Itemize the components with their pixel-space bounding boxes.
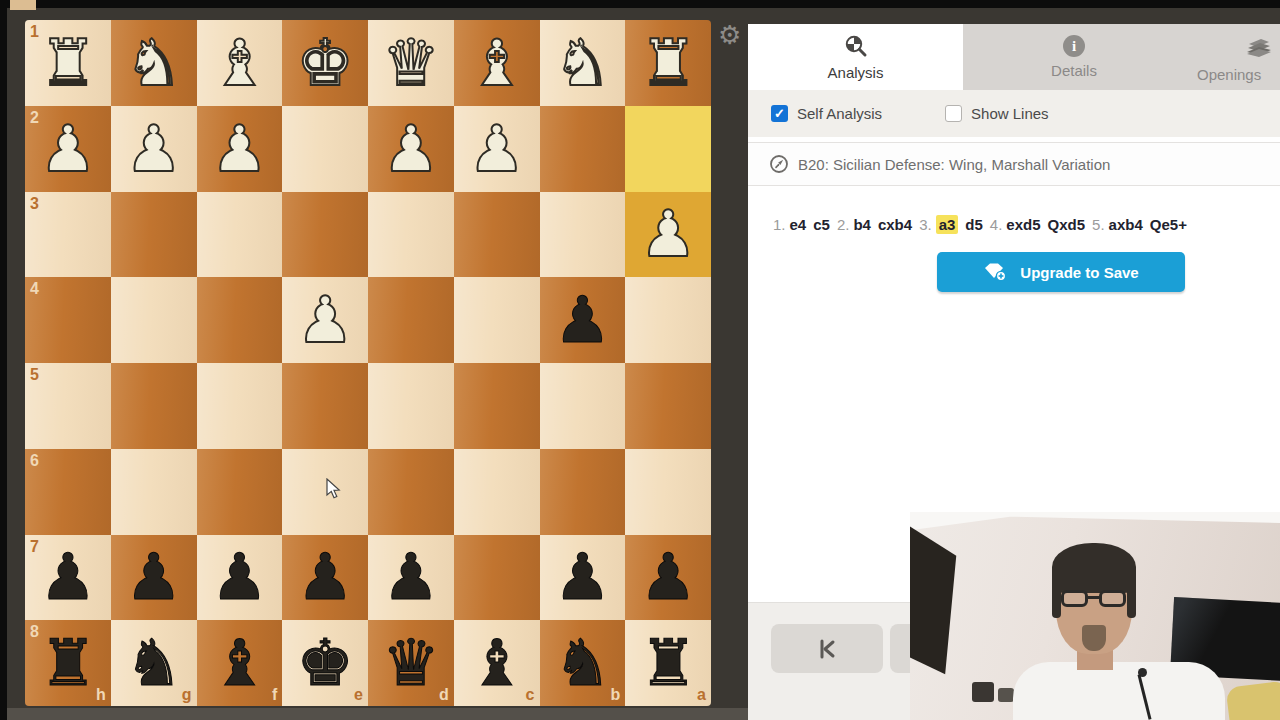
square-e1[interactable]: ♚ (282, 20, 368, 106)
square-b5[interactable] (540, 363, 626, 449)
white-queen: ♛ (368, 20, 454, 106)
square-d5[interactable] (368, 363, 454, 449)
file-label: f (272, 686, 277, 704)
black-pawn: ♟ (625, 535, 711, 621)
white-pawn: ♟ (282, 277, 368, 363)
rank-label: 3 (30, 195, 39, 213)
move-2b[interactable]: cxb4 (878, 216, 912, 233)
webcam-shelf-item (972, 682, 994, 702)
webcam-person-hair (1052, 543, 1136, 593)
tab-details-label: Details (1051, 62, 1097, 79)
tab-openings[interactable]: Openings (1185, 24, 1280, 90)
black-pawn: ♟ (111, 535, 197, 621)
rank-label: 6 (30, 452, 39, 470)
tab-analysis-label: Analysis (828, 64, 884, 81)
webcam-glasses (1061, 590, 1088, 607)
bottom-gray-strip (7, 708, 748, 720)
square-h6[interactable]: 6 (25, 449, 111, 535)
white-pawn: ♟ (111, 106, 197, 192)
square-b7[interactable]: ♟ (540, 535, 626, 621)
square-c5[interactable] (454, 363, 540, 449)
self-analysis-checkbox[interactable]: ✓ (771, 105, 788, 122)
white-knight: ♞ (111, 20, 197, 106)
move-5b[interactable]: Qe5+ (1150, 216, 1187, 233)
analysis-options-row: ✓ Self Analysis Show Lines (748, 90, 1280, 137)
square-h1[interactable]: 1♜ (25, 20, 111, 106)
white-pawn: ♟ (625, 192, 711, 278)
square-b2[interactable] (540, 106, 626, 192)
rank-label: 8 (30, 623, 39, 641)
webcam-shelf-item (998, 688, 1014, 702)
go-to-start-icon (813, 636, 841, 662)
move-3w[interactable]: a3 (936, 215, 959, 234)
left-black-bar (0, 0, 7, 720)
file-label: e (354, 686, 363, 704)
file-label: a (697, 686, 706, 704)
square-a1[interactable]: ♜ (625, 20, 711, 106)
move-2w[interactable]: b4 (853, 216, 871, 233)
square-g5[interactable] (111, 363, 197, 449)
rank-label: 5 (30, 366, 39, 384)
white-bishop: ♝ (197, 20, 283, 106)
webcam-person-torso (1013, 662, 1225, 720)
square-e7[interactable]: ♟ (282, 535, 368, 621)
square-b8[interactable]: b♞ (540, 620, 626, 706)
square-g1[interactable]: ♞ (111, 20, 197, 106)
file-label: b (610, 686, 620, 704)
square-a8[interactable]: a♜ (625, 620, 711, 706)
square-d2[interactable]: ♟ (368, 106, 454, 192)
file-label: c (526, 686, 535, 704)
move-number: 2. (837, 216, 850, 233)
square-f8[interactable]: f♝ (197, 620, 283, 706)
white-pawn: ♟ (368, 106, 454, 192)
square-e5[interactable] (282, 363, 368, 449)
tab-details[interactable]: i Details (963, 24, 1185, 90)
move-number: 5. (1092, 216, 1105, 233)
square-b6[interactable] (540, 449, 626, 535)
show-lines-label: Show Lines (971, 105, 1049, 122)
move-number: 3. (919, 216, 932, 233)
move-4b[interactable]: Qxd5 (1048, 216, 1086, 233)
magnifier-pie-icon (843, 33, 869, 59)
self-analysis-label: Self Analysis (797, 105, 882, 122)
file-label: g (182, 686, 192, 704)
webcam-person-hair (1127, 574, 1136, 618)
square-d1[interactable]: ♛ (368, 20, 454, 106)
black-bishop: ♝ (197, 620, 283, 706)
square-a4[interactable] (625, 277, 711, 363)
square-f1[interactable]: ♝ (197, 20, 283, 106)
white-pawn: ♟ (454, 106, 540, 192)
webcam-overlay (910, 512, 1280, 720)
black-pawn: ♟ (368, 535, 454, 621)
square-g7[interactable]: ♟ (111, 535, 197, 621)
square-c8[interactable]: c♝ (454, 620, 540, 706)
square-a3[interactable]: ♟ (625, 192, 711, 278)
square-e8[interactable]: e♚ (282, 620, 368, 706)
move-list: 1.e4c52.b4cxb43.a3d54.exd5Qxd55.axb4Qe5+ (773, 216, 1273, 233)
square-g4[interactable] (111, 277, 197, 363)
square-d6[interactable] (368, 449, 454, 535)
square-d3[interactable] (368, 192, 454, 278)
square-h2[interactable]: 2♟ (25, 106, 111, 192)
square-h8[interactable]: 8h♜ (25, 620, 111, 706)
square-d4[interactable] (368, 277, 454, 363)
square-g6[interactable] (111, 449, 197, 535)
square-b3[interactable] (540, 192, 626, 278)
square-c2[interactable]: ♟ (454, 106, 540, 192)
white-bishop: ♝ (454, 20, 540, 106)
gear-icon[interactable]: ⚙ (718, 22, 741, 48)
square-f3[interactable] (197, 192, 283, 278)
square-a2[interactable] (625, 106, 711, 192)
go-to-start-button[interactable] (771, 624, 883, 673)
square-c3[interactable] (454, 192, 540, 278)
webcam-person-hair (1052, 574, 1061, 618)
square-f5[interactable] (197, 363, 283, 449)
square-f4[interactable] (197, 277, 283, 363)
white-pawn: ♟ (197, 106, 283, 192)
tab-analysis[interactable]: Analysis (748, 24, 963, 90)
move-3b[interactable]: d5 (965, 216, 983, 233)
opening-name: B20: Sicilian Defense: Wing, Marshall Va… (798, 156, 1110, 173)
black-pawn: ♟ (197, 535, 283, 621)
upgrade-to-save-button[interactable]: Upgrade to Save (937, 252, 1185, 292)
square-h4[interactable]: 4 (25, 277, 111, 363)
clipped-ui-fragment (10, 0, 36, 10)
webcam-ceiling (910, 512, 1280, 538)
webcam-glasses (1099, 590, 1126, 607)
square-f7[interactable]: ♟ (197, 535, 283, 621)
gem-plus-icon (983, 261, 1008, 283)
rank-label: 7 (30, 538, 39, 556)
books-icon (1243, 35, 1273, 61)
mouse-cursor (326, 478, 342, 500)
square-g8[interactable]: g♞ (111, 620, 197, 706)
white-knight: ♞ (540, 20, 626, 106)
move-1b[interactable]: c5 (813, 216, 830, 233)
square-d7[interactable]: ♟ (368, 535, 454, 621)
square-d8[interactable]: d♛ (368, 620, 454, 706)
webcam-person-goatee (1082, 625, 1106, 651)
square-a5[interactable] (625, 363, 711, 449)
square-h7[interactable]: 7♟ (25, 535, 111, 621)
file-label: h (96, 686, 106, 704)
black-pawn: ♟ (540, 535, 626, 621)
rank-label: 4 (30, 280, 39, 298)
webcam-glasses-bridge (1087, 596, 1100, 599)
tab-openings-label: Openings (1197, 66, 1261, 83)
webcam-chair (1226, 680, 1280, 720)
black-pawn: ♟ (540, 277, 626, 363)
upgrade-button-label: Upgrade to Save (1020, 264, 1138, 281)
move-4w[interactable]: exd5 (1006, 216, 1040, 233)
move-1w[interactable]: e4 (790, 216, 807, 233)
rank-label: 1 (30, 23, 39, 41)
square-g2[interactable]: ♟ (111, 106, 197, 192)
square-e2[interactable] (282, 106, 368, 192)
white-king: ♚ (282, 20, 368, 106)
move-5w[interactable]: axb4 (1109, 216, 1143, 233)
square-b1[interactable]: ♞ (540, 20, 626, 106)
move-number: 4. (990, 216, 1003, 233)
square-c1[interactable]: ♝ (454, 20, 540, 106)
square-f6[interactable] (197, 449, 283, 535)
top-black-bar (0, 0, 1280, 8)
square-c6[interactable] (454, 449, 540, 535)
show-lines-checkbox[interactable] (945, 105, 962, 122)
square-e3[interactable] (282, 192, 368, 278)
square-b4[interactable]: ♟ (540, 277, 626, 363)
square-a6[interactable] (625, 449, 711, 535)
move-number: 1. (773, 216, 786, 233)
chess-board[interactable]: 1♜♞♝♚♛♝♞♜2♟♟♟♟♟3♟4♟♟567♟♟♟♟♟♟♟8h♜g♞f♝e♚d… (25, 20, 711, 706)
square-f2[interactable]: ♟ (197, 106, 283, 192)
file-label: d (439, 686, 449, 704)
square-h3[interactable]: 3 (25, 192, 111, 278)
info-icon: i (1063, 35, 1085, 57)
square-h5[interactable]: 5 (25, 363, 111, 449)
square-c4[interactable] (454, 277, 540, 363)
square-g3[interactable] (111, 192, 197, 278)
compass-icon (769, 154, 789, 174)
square-e4[interactable]: ♟ (282, 277, 368, 363)
black-pawn: ♟ (282, 535, 368, 621)
square-c7[interactable] (454, 535, 540, 621)
rank-label: 2 (30, 109, 39, 127)
white-rook: ♜ (625, 20, 711, 106)
square-a7[interactable]: ♟ (625, 535, 711, 621)
opening-name-row: B20: Sicilian Defense: Wing, Marshall Va… (748, 142, 1280, 186)
